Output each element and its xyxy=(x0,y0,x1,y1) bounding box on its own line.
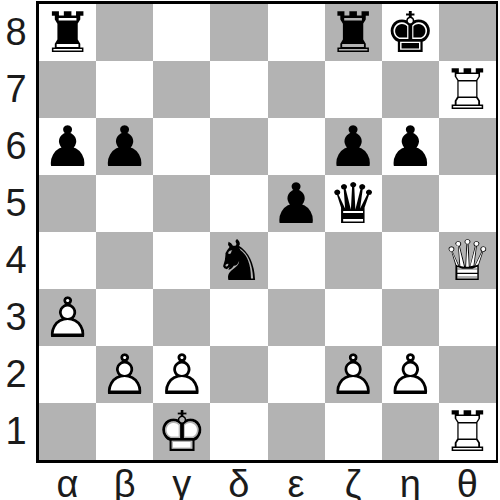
square-γ2[interactable]: ♟♙ xyxy=(153,346,210,403)
black-pawn-glyph: ♟ xyxy=(325,118,382,175)
square-γ6[interactable] xyxy=(153,118,210,175)
white-pawn-glyph: ♙ xyxy=(96,346,153,403)
square-δ7[interactable] xyxy=(210,61,267,118)
file-label-η: η xyxy=(382,463,439,500)
white-pawn[interactable]: ♟♙ xyxy=(96,346,153,403)
black-pawn-glyph: ♟ xyxy=(96,118,153,175)
black-pawn-glyph: ♟ xyxy=(268,175,325,232)
square-ζ8[interactable]: ♜ xyxy=(325,4,382,61)
square-β3[interactable] xyxy=(96,289,153,346)
black-rook-glyph: ♜ xyxy=(39,4,96,61)
black-king[interactable]: ♚ xyxy=(382,4,439,61)
black-rook[interactable]: ♜ xyxy=(39,4,96,61)
file-label-γ: γ xyxy=(153,463,210,500)
square-ε2[interactable] xyxy=(268,346,325,403)
white-pawn-glyph: ♙ xyxy=(325,346,382,403)
square-ζ1[interactable] xyxy=(325,403,382,460)
white-pawn[interactable]: ♟♙ xyxy=(382,346,439,403)
square-ζ2[interactable]: ♟♙ xyxy=(325,346,382,403)
square-ε1[interactable] xyxy=(268,403,325,460)
square-η3[interactable] xyxy=(382,289,439,346)
white-queen[interactable]: ♛♕ xyxy=(439,232,496,289)
white-rook-glyph: ♖ xyxy=(439,61,496,118)
square-θ8[interactable] xyxy=(439,4,496,61)
square-δ1[interactable] xyxy=(210,403,267,460)
square-γ4[interactable] xyxy=(153,232,210,289)
square-θ6[interactable] xyxy=(439,118,496,175)
square-γ1[interactable]: ♚♔ xyxy=(153,403,210,460)
square-ζ3[interactable] xyxy=(325,289,382,346)
black-pawn[interactable]: ♟ xyxy=(39,118,96,175)
square-ε8[interactable] xyxy=(268,4,325,61)
square-η2[interactable]: ♟♙ xyxy=(382,346,439,403)
rank-label-1: 1 xyxy=(0,403,32,460)
square-β2[interactable]: ♟♙ xyxy=(96,346,153,403)
white-pawn-glyph: ♙ xyxy=(153,346,210,403)
black-king-glyph: ♚ xyxy=(382,4,439,61)
square-η5[interactable] xyxy=(382,175,439,232)
square-δ6[interactable] xyxy=(210,118,267,175)
square-ε6[interactable] xyxy=(268,118,325,175)
square-γ7[interactable] xyxy=(153,61,210,118)
chess-diagram: 87654321 ♜♜♚♜♖♟♟♟♟♟♛♞♛♕♟♙♟♙♟♙♟♙♟♙♚♔♜♖ αβ… xyxy=(0,0,500,500)
square-β7[interactable] xyxy=(96,61,153,118)
black-pawn[interactable]: ♟ xyxy=(325,118,382,175)
square-α5[interactable] xyxy=(39,175,96,232)
square-ζ7[interactable] xyxy=(325,61,382,118)
square-ζ4[interactable] xyxy=(325,232,382,289)
square-δ3[interactable] xyxy=(210,289,267,346)
rank-label-2: 2 xyxy=(0,346,32,403)
file-label-ε: ε xyxy=(268,463,325,500)
square-γ5[interactable] xyxy=(153,175,210,232)
square-β1[interactable] xyxy=(96,403,153,460)
square-δ2[interactable] xyxy=(210,346,267,403)
white-pawn-glyph: ♙ xyxy=(39,289,96,346)
white-pawn[interactable]: ♟♙ xyxy=(153,346,210,403)
square-β5[interactable] xyxy=(96,175,153,232)
black-knight-glyph: ♞ xyxy=(210,232,267,289)
square-β6[interactable]: ♟ xyxy=(96,118,153,175)
square-η1[interactable] xyxy=(382,403,439,460)
square-ε7[interactable] xyxy=(268,61,325,118)
square-α4[interactable] xyxy=(39,232,96,289)
rank-label-4: 4 xyxy=(0,232,32,289)
white-rook-glyph: ♖ xyxy=(439,403,496,460)
black-pawn-glyph: ♟ xyxy=(39,118,96,175)
rank-label-8: 8 xyxy=(0,4,32,61)
square-ζ5[interactable]: ♛ xyxy=(325,175,382,232)
square-ζ6[interactable]: ♟ xyxy=(325,118,382,175)
black-queen[interactable]: ♛ xyxy=(325,175,382,232)
file-label-α: α xyxy=(39,463,96,500)
square-η7[interactable] xyxy=(382,61,439,118)
square-α6[interactable]: ♟ xyxy=(39,118,96,175)
square-β8[interactable] xyxy=(96,4,153,61)
square-η6[interactable]: ♟ xyxy=(382,118,439,175)
black-pawn[interactable]: ♟ xyxy=(268,175,325,232)
file-label-θ: θ xyxy=(439,463,496,500)
square-α8[interactable]: ♜ xyxy=(39,4,96,61)
square-β4[interactable] xyxy=(96,232,153,289)
file-label-δ: δ xyxy=(210,463,267,500)
black-pawn[interactable]: ♟ xyxy=(96,118,153,175)
square-ε5[interactable]: ♟ xyxy=(268,175,325,232)
white-king[interactable]: ♚♔ xyxy=(153,403,210,460)
square-α3[interactable]: ♟♙ xyxy=(39,289,96,346)
square-δ8[interactable] xyxy=(210,4,267,61)
white-pawn[interactable]: ♟♙ xyxy=(325,346,382,403)
square-α2[interactable] xyxy=(39,346,96,403)
black-rook-glyph: ♜ xyxy=(325,4,382,61)
square-δ5[interactable] xyxy=(210,175,267,232)
square-θ5[interactable] xyxy=(439,175,496,232)
white-king-glyph: ♔ xyxy=(153,403,210,460)
white-rook[interactable]: ♜♖ xyxy=(439,61,496,118)
square-θ7[interactable]: ♜♖ xyxy=(439,61,496,118)
square-η4[interactable] xyxy=(382,232,439,289)
black-rook[interactable]: ♜ xyxy=(325,4,382,61)
square-δ4[interactable]: ♞ xyxy=(210,232,267,289)
square-η8[interactable]: ♚ xyxy=(382,4,439,61)
file-label-ζ: ζ xyxy=(325,463,382,500)
rank-label-5: 5 xyxy=(0,175,32,232)
square-γ8[interactable] xyxy=(153,4,210,61)
rank-labels: 87654321 xyxy=(0,4,32,460)
rank-label-6: 6 xyxy=(0,118,32,175)
square-θ2[interactable] xyxy=(439,346,496,403)
rank-label-7: 7 xyxy=(0,61,32,118)
square-γ3[interactable] xyxy=(153,289,210,346)
square-α7[interactable] xyxy=(39,61,96,118)
black-queen-glyph: ♛ xyxy=(325,175,382,232)
file-labels: αβγδεζηθ xyxy=(39,463,496,500)
white-pawn[interactable]: ♟♙ xyxy=(39,289,96,346)
chess-board: ♜♜♚♜♖♟♟♟♟♟♛♞♛♕♟♙♟♙♟♙♟♙♟♙♚♔♜♖ xyxy=(36,1,498,463)
square-α1[interactable] xyxy=(39,403,96,460)
square-ε3[interactable] xyxy=(268,289,325,346)
square-θ1[interactable]: ♜♖ xyxy=(439,403,496,460)
white-pawn-glyph: ♙ xyxy=(382,346,439,403)
black-pawn[interactable]: ♟ xyxy=(382,118,439,175)
file-label-β: β xyxy=(96,463,153,500)
square-ε4[interactable] xyxy=(268,232,325,289)
white-rook[interactable]: ♜♖ xyxy=(439,403,496,460)
rank-label-3: 3 xyxy=(0,289,32,346)
square-θ4[interactable]: ♛♕ xyxy=(439,232,496,289)
square-θ3[interactable] xyxy=(439,289,496,346)
black-knight[interactable]: ♞ xyxy=(210,232,267,289)
white-queen-glyph: ♕ xyxy=(439,232,496,289)
black-pawn-glyph: ♟ xyxy=(382,118,439,175)
